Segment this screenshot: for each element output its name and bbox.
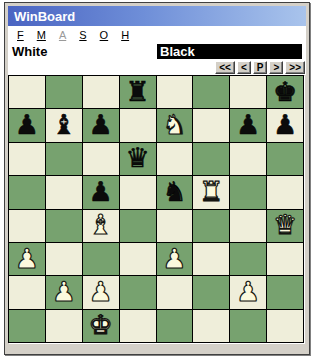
square-c6[interactable] [83, 143, 119, 175]
square-g6[interactable] [230, 143, 266, 175]
piece-black-pawn: ♟ [89, 111, 113, 138]
square-a4[interactable] [9, 210, 45, 242]
winboard-window: WinBoard F M A S O H White Black << < P … [4, 2, 310, 355]
square-h4[interactable]: ♛ [267, 210, 303, 242]
square-h3[interactable] [267, 243, 303, 275]
square-a1[interactable] [9, 310, 45, 342]
piece-white-bishop: ♝ [89, 211, 113, 238]
square-d2[interactable] [120, 276, 156, 308]
square-d7[interactable] [120, 109, 156, 141]
square-b5[interactable] [46, 176, 82, 208]
square-b3[interactable] [46, 243, 82, 275]
menu-mode[interactable]: M [37, 29, 46, 41]
square-h1[interactable] [267, 310, 303, 342]
title-bar[interactable]: WinBoard [8, 6, 306, 26]
piece-black-pawn: ♟ [236, 111, 260, 138]
nav-forward-button[interactable]: > [269, 61, 283, 74]
square-h2[interactable] [267, 276, 303, 308]
window-title: WinBoard [14, 9, 75, 24]
menu-options[interactable]: O [100, 29, 109, 41]
square-b1[interactable] [46, 310, 82, 342]
square-e8[interactable] [157, 76, 193, 108]
square-f6[interactable] [193, 143, 229, 175]
piece-black-bishop: ♝ [52, 111, 76, 138]
square-g7[interactable]: ♟ [230, 109, 266, 141]
square-e3[interactable]: ♟ [157, 243, 193, 275]
piece-black-king: ♚ [273, 78, 297, 105]
piece-white-pawn: ♟ [15, 245, 39, 272]
square-g1[interactable] [230, 310, 266, 342]
piece-black-pawn: ♟ [273, 111, 297, 138]
piece-white-pawn: ♟ [52, 278, 76, 305]
square-h6[interactable] [267, 143, 303, 175]
square-b8[interactable] [46, 76, 82, 108]
square-d3[interactable] [120, 243, 156, 275]
menu-file[interactable]: F [17, 29, 24, 41]
menu-action: A [59, 29, 66, 41]
square-f8[interactable] [193, 76, 229, 108]
clock-row: White Black [8, 43, 306, 59]
nav-to-end-button[interactable]: >> [285, 61, 305, 74]
nav-pause-button[interactable]: P [253, 61, 268, 74]
piece-black-queen: ♛ [125, 144, 149, 171]
square-g2[interactable]: ♟ [230, 276, 266, 308]
square-f3[interactable] [193, 243, 229, 275]
piece-white-knight: ♞ [162, 111, 186, 138]
square-e6[interactable] [157, 143, 193, 175]
square-c5[interactable]: ♟ [83, 176, 119, 208]
square-c7[interactable]: ♟ [83, 109, 119, 141]
nav-back-button[interactable]: < [237, 61, 251, 74]
menu-help[interactable]: H [121, 29, 129, 41]
square-h8[interactable]: ♚ [267, 76, 303, 108]
square-b6[interactable] [46, 143, 82, 175]
square-c4[interactable]: ♝ [83, 210, 119, 242]
nav-to-start-button[interactable]: << [215, 61, 235, 74]
piece-black-pawn: ♟ [89, 178, 113, 205]
square-h7[interactable]: ♟ [267, 109, 303, 141]
square-e5[interactable]: ♞ [157, 176, 193, 208]
menu-bar: F M A S O H [8, 26, 306, 43]
square-a5[interactable] [9, 176, 45, 208]
square-e1[interactable] [157, 310, 193, 342]
square-d5[interactable] [120, 176, 156, 208]
square-a7[interactable]: ♟ [9, 109, 45, 141]
piece-black-pawn: ♟ [15, 111, 39, 138]
square-g5[interactable] [230, 176, 266, 208]
square-a6[interactable] [9, 143, 45, 175]
piece-white-pawn: ♟ [162, 245, 186, 272]
piece-white-rook: ♜ [199, 178, 223, 205]
piece-white-pawn: ♟ [236, 278, 260, 305]
square-e4[interactable] [157, 210, 193, 242]
square-a3[interactable]: ♟ [9, 243, 45, 275]
square-e7[interactable]: ♞ [157, 109, 193, 141]
square-d8[interactable]: ♜ [120, 76, 156, 108]
square-c8[interactable] [83, 76, 119, 108]
square-f1[interactable] [193, 310, 229, 342]
square-b4[interactable] [46, 210, 82, 242]
square-b7[interactable]: ♝ [46, 109, 82, 141]
square-b2[interactable]: ♟ [46, 276, 82, 308]
white-clock-label: White [8, 44, 157, 59]
piece-black-rook: ♜ [125, 78, 149, 105]
square-a8[interactable] [9, 76, 45, 108]
square-e2[interactable] [157, 276, 193, 308]
square-d1[interactable] [120, 310, 156, 342]
square-c2[interactable]: ♟ [83, 276, 119, 308]
square-d4[interactable] [120, 210, 156, 242]
square-f7[interactable] [193, 109, 229, 141]
black-clock-label: Black [157, 44, 302, 59]
square-f5[interactable]: ♜ [193, 176, 229, 208]
piece-white-pawn: ♟ [89, 278, 113, 305]
menu-step[interactable]: S [79, 29, 86, 41]
move-navigation-bar: << < P > >> [8, 59, 306, 75]
square-g3[interactable] [230, 243, 266, 275]
piece-white-queen: ♛ [273, 211, 297, 238]
square-g4[interactable] [230, 210, 266, 242]
square-f2[interactable] [193, 276, 229, 308]
square-a2[interactable] [9, 276, 45, 308]
square-c3[interactable] [83, 243, 119, 275]
square-f4[interactable] [193, 210, 229, 242]
square-h5[interactable] [267, 176, 303, 208]
piece-black-knight: ♞ [162, 178, 186, 205]
chess-board: ♜♚♟♝♟♞♟♟♛♟♞♜♝♛♟♟♟♟♟♚ [8, 75, 304, 343]
piece-white-king: ♚ [89, 311, 113, 338]
square-d6[interactable]: ♛ [120, 143, 156, 175]
square-c1[interactable]: ♚ [83, 310, 119, 342]
square-g8[interactable] [230, 76, 266, 108]
